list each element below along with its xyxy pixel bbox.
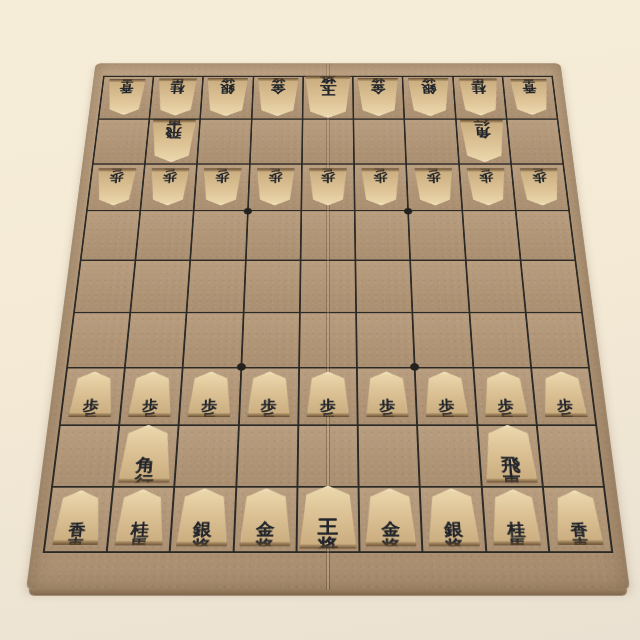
piece-sente-pawn[interactable]: 歩兵 — [68, 372, 115, 418]
piece-sente-pawn[interactable]: 歩兵 — [365, 372, 408, 418]
piece-gote-pawn[interactable]: 歩兵 — [414, 168, 454, 205]
piece-gote-rook[interactable]: 飛車 — [149, 120, 196, 162]
piece-gote-pawn[interactable]: 歩兵 — [362, 168, 401, 205]
piece-sente-pawn[interactable]: 歩兵 — [424, 372, 469, 418]
piece-gote-king[interactable]: 玉将 — [305, 76, 351, 118]
photo-background: 香車桂馬銀将金将玉将金将銀将桂馬香車飛車角行歩兵歩兵歩兵歩兵歩兵歩兵歩兵歩兵歩兵… — [0, 0, 640, 640]
piece-sente-pawn[interactable]: 歩兵 — [247, 372, 290, 418]
piece-sente-pawn[interactable]: 歩兵 — [540, 372, 587, 418]
piece-gote-lance[interactable]: 香車 — [105, 79, 146, 115]
piece-kanji: 桂馬 — [129, 522, 149, 554]
piece-gote-gold[interactable]: 金将 — [358, 78, 400, 116]
piece-kanji: 歩兵 — [556, 399, 575, 426]
piece-gote-knight[interactable]: 桂馬 — [155, 78, 197, 115]
piece-kanji: 金将 — [255, 521, 275, 555]
piece-kanji: 歩兵 — [260, 399, 276, 426]
piece-gote-pawn[interactable]: 歩兵 — [309, 168, 347, 205]
piece-gote-bishop[interactable]: 角行 — [460, 120, 507, 162]
piece-kanji: 歩兵 — [141, 399, 159, 426]
piece-kanji: 歩兵 — [379, 399, 395, 426]
piece-kanji: 角行 — [134, 456, 156, 490]
piece-kanji: 香車 — [66, 523, 86, 554]
piece-sente-pawn[interactable]: 歩兵 — [128, 372, 174, 418]
piece-kanji: 香車 — [570, 523, 590, 554]
piece-kanji: 香車 — [120, 74, 135, 93]
piece-sente-knight[interactable]: 桂馬 — [489, 489, 541, 545]
piece-kanji: 歩兵 — [81, 399, 100, 426]
pieces-layer: 香車桂馬銀将金将玉将金将銀将桂馬香車飛車角行歩兵歩兵歩兵歩兵歩兵歩兵歩兵歩兵歩兵… — [43, 76, 614, 553]
piece-kanji: 歩兵 — [426, 161, 441, 182]
piece-sente-lance[interactable]: 香車 — [552, 490, 604, 545]
piece-kanji: 歩兵 — [162, 161, 178, 182]
piece-gote-pawn[interactable]: 歩兵 — [148, 168, 189, 205]
piece-kanji: 銀将 — [220, 73, 236, 95]
piece-kanji: 金将 — [381, 521, 401, 555]
piece-gote-pawn[interactable]: 歩兵 — [255, 168, 294, 205]
piece-sente-pawn[interactable]: 歩兵 — [482, 372, 528, 418]
piece-sente-rook[interactable]: 飛車 — [482, 425, 538, 483]
piece-sente-pawn[interactable]: 歩兵 — [307, 372, 350, 418]
piece-kanji: 金将 — [371, 73, 386, 95]
piece-kanji: 歩兵 — [215, 161, 230, 182]
piece-kanji: 銀将 — [420, 73, 436, 95]
piece-gote-knight[interactable]: 桂馬 — [459, 78, 501, 115]
piece-kanji: 飛車 — [165, 115, 183, 139]
piece-kanji: 銀将 — [444, 521, 464, 555]
piece-sente-gold[interactable]: 金将 — [365, 488, 417, 546]
piece-kanji: 銀将 — [192, 521, 212, 555]
piece-kanji: 歩兵 — [200, 399, 217, 426]
piece-gote-pawn[interactable]: 歩兵 — [467, 168, 508, 205]
piece-kanji: 歩兵 — [268, 161, 282, 182]
piece-kanji: 歩兵 — [109, 161, 125, 182]
piece-sente-knight[interactable]: 桂馬 — [114, 489, 166, 545]
piece-kanji: 桂馬 — [170, 73, 186, 94]
piece-kanji: 歩兵 — [497, 399, 515, 426]
piece-sente-silver[interactable]: 銀将 — [426, 488, 480, 546]
piece-kanji: 飛車 — [501, 456, 523, 490]
piece-gote-lance[interactable]: 香車 — [510, 79, 551, 115]
piece-gote-silver[interactable]: 銀将 — [408, 78, 451, 116]
piece-kanji: 玉将 — [320, 72, 336, 96]
piece-gote-gold[interactable]: 金将 — [256, 78, 298, 116]
piece-sente-lance[interactable]: 香車 — [52, 490, 104, 545]
piece-kanji: 歩兵 — [478, 161, 494, 182]
piece-kanji: 歩兵 — [373, 161, 387, 182]
shogi-board: 香車桂馬銀将金将玉将金将銀将桂馬香車飛車角行歩兵歩兵歩兵歩兵歩兵歩兵歩兵歩兵歩兵… — [26, 63, 630, 590]
piece-kanji: 歩兵 — [531, 161, 547, 182]
piece-gote-pawn[interactable]: 歩兵 — [202, 168, 242, 205]
piece-kanji: 歩兵 — [320, 399, 336, 426]
piece-gote-pawn[interactable]: 歩兵 — [94, 168, 136, 205]
piece-gote-pawn[interactable]: 歩兵 — [520, 168, 562, 205]
piece-gote-silver[interactable]: 銀将 — [205, 78, 248, 116]
piece-kanji: 桂馬 — [507, 522, 527, 554]
piece-kanji: 金将 — [270, 73, 285, 95]
piece-kanji: 歩兵 — [321, 161, 335, 182]
piece-sente-gold[interactable]: 金将 — [239, 488, 291, 546]
piece-kanji: 桂馬 — [471, 73, 487, 94]
piece-kanji: 王将 — [318, 519, 339, 557]
piece-sente-silver[interactable]: 銀将 — [176, 488, 230, 546]
piece-kanji: 香車 — [521, 74, 536, 93]
piece-sente-pawn[interactable]: 歩兵 — [188, 372, 233, 418]
piece-kanji: 歩兵 — [438, 399, 455, 426]
piece-kanji: 角行 — [473, 115, 491, 139]
piece-sente-king[interactable]: 王将 — [300, 485, 357, 548]
piece-sente-bishop[interactable]: 角行 — [118, 425, 174, 483]
